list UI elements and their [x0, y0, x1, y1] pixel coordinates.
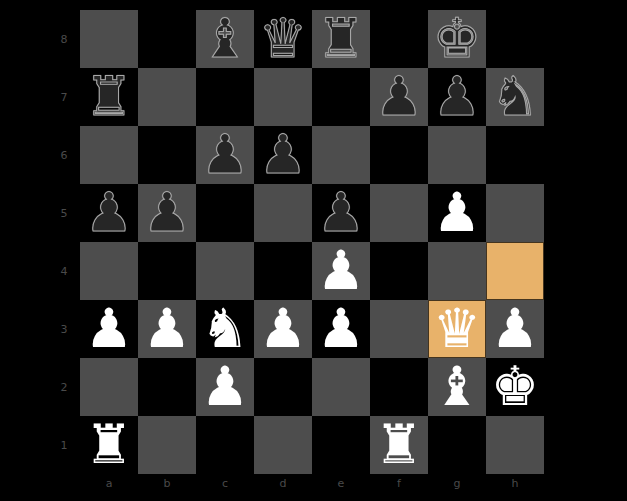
square-a4[interactable]	[80, 242, 138, 300]
square-e5[interactable]: ♟	[312, 184, 370, 242]
square-d6[interactable]: ♟	[254, 126, 312, 184]
square-e2[interactable]	[312, 358, 370, 416]
square-h6[interactable]	[486, 126, 544, 184]
piece-white-king-h2[interactable]: ♚	[491, 358, 539, 416]
square-g6[interactable]	[428, 126, 486, 184]
square-a8[interactable]	[80, 10, 138, 68]
square-c2[interactable]: ♟	[196, 358, 254, 416]
file-label-d: d	[254, 474, 312, 492]
piece-black-rook-a7[interactable]: ♜	[85, 68, 133, 126]
file-label-g: g	[428, 474, 486, 492]
piece-white-queen-g3[interactable]: ♛	[433, 300, 481, 358]
square-e6[interactable]	[312, 126, 370, 184]
square-f3[interactable]	[370, 300, 428, 358]
square-f7[interactable]: ♟	[370, 68, 428, 126]
square-c4[interactable]	[196, 242, 254, 300]
square-c8[interactable]: ♝	[196, 10, 254, 68]
piece-black-pawn-b5[interactable]: ♟	[143, 184, 191, 242]
square-g3[interactable]: ♛	[428, 300, 486, 358]
square-e4[interactable]: ♟	[312, 242, 370, 300]
piece-black-bishop-c8[interactable]: ♝	[201, 10, 249, 68]
square-a3[interactable]: ♟	[80, 300, 138, 358]
square-d5[interactable]	[254, 184, 312, 242]
file-label-b: b	[138, 474, 196, 492]
square-f6[interactable]	[370, 126, 428, 184]
rank-label-7: 7	[56, 68, 72, 126]
piece-white-pawn-e4[interactable]: ♟	[317, 242, 365, 300]
chess-app-background: ♝♛♜♚♜♟♟♞♟♟♟♟♟♟♟♟♟♞♟♟♛♟♟♝♚♜♜ 87654321abcd…	[0, 0, 627, 501]
square-d8[interactable]: ♛	[254, 10, 312, 68]
square-b7[interactable]	[138, 68, 196, 126]
square-d1[interactable]	[254, 416, 312, 474]
rank-label-2: 2	[56, 358, 72, 416]
square-g8[interactable]: ♚	[428, 10, 486, 68]
square-c7[interactable]	[196, 68, 254, 126]
square-h8[interactable]	[486, 10, 544, 68]
file-label-e: e	[312, 474, 370, 492]
square-f4[interactable]	[370, 242, 428, 300]
square-f2[interactable]	[370, 358, 428, 416]
piece-black-pawn-g7[interactable]: ♟	[433, 68, 481, 126]
square-g7[interactable]: ♟	[428, 68, 486, 126]
piece-white-rook-a1[interactable]: ♜	[85, 416, 133, 474]
square-c6[interactable]: ♟	[196, 126, 254, 184]
piece-white-pawn-h3[interactable]: ♟	[491, 300, 539, 358]
square-h7[interactable]: ♞	[486, 68, 544, 126]
square-e1[interactable]	[312, 416, 370, 474]
piece-black-pawn-f7[interactable]: ♟	[375, 68, 423, 126]
piece-black-pawn-e5[interactable]: ♟	[317, 184, 365, 242]
file-label-h: h	[486, 474, 544, 492]
square-b4[interactable]	[138, 242, 196, 300]
square-g1[interactable]	[428, 416, 486, 474]
square-d3[interactable]: ♟	[254, 300, 312, 358]
square-b2[interactable]	[138, 358, 196, 416]
square-e3[interactable]: ♟	[312, 300, 370, 358]
rank-label-8: 8	[56, 10, 72, 68]
piece-white-rook-f1[interactable]: ♜	[375, 416, 423, 474]
square-h3[interactable]: ♟	[486, 300, 544, 358]
rank-label-4: 4	[56, 242, 72, 300]
square-h5[interactable]	[486, 184, 544, 242]
piece-white-pawn-g5[interactable]: ♟	[433, 184, 481, 242]
piece-white-pawn-d3[interactable]: ♟	[259, 300, 307, 358]
square-d2[interactable]	[254, 358, 312, 416]
square-h2[interactable]: ♚	[486, 358, 544, 416]
square-a2[interactable]	[80, 358, 138, 416]
piece-black-queen-d8[interactable]: ♛	[259, 10, 307, 68]
square-b1[interactable]	[138, 416, 196, 474]
piece-white-bishop-g2[interactable]: ♝	[433, 358, 481, 416]
square-f1[interactable]: ♜	[370, 416, 428, 474]
piece-white-pawn-e3[interactable]: ♟	[317, 300, 365, 358]
square-b3[interactable]: ♟	[138, 300, 196, 358]
square-g5[interactable]: ♟	[428, 184, 486, 242]
piece-black-pawn-c6[interactable]: ♟	[201, 126, 249, 184]
file-label-a: a	[80, 474, 138, 492]
square-a1[interactable]: ♜	[80, 416, 138, 474]
square-c5[interactable]	[196, 184, 254, 242]
file-label-f: f	[370, 474, 428, 492]
square-f8[interactable]	[370, 10, 428, 68]
square-h1[interactable]	[486, 416, 544, 474]
square-h4[interactable]	[486, 242, 544, 300]
square-f5[interactable]	[370, 184, 428, 242]
rank-label-5: 5	[56, 184, 72, 242]
piece-black-king-g8[interactable]: ♚	[433, 10, 481, 68]
chess-board: ♝♛♜♚♜♟♟♞♟♟♟♟♟♟♟♟♟♞♟♟♛♟♟♝♚♜♜	[80, 10, 544, 474]
square-a5[interactable]: ♟	[80, 184, 138, 242]
piece-white-pawn-a3[interactable]: ♟	[85, 300, 133, 358]
square-e7[interactable]	[312, 68, 370, 126]
rank-label-1: 1	[56, 416, 72, 474]
rank-label-6: 6	[56, 126, 72, 184]
piece-white-pawn-c2[interactable]: ♟	[201, 358, 249, 416]
square-e8[interactable]: ♜	[312, 10, 370, 68]
piece-black-rook-e8[interactable]: ♜	[317, 10, 365, 68]
square-c3[interactable]: ♞	[196, 300, 254, 358]
square-a7[interactable]: ♜	[80, 68, 138, 126]
square-d7[interactable]	[254, 68, 312, 126]
rank-label-3: 3	[56, 300, 72, 358]
piece-black-pawn-a5[interactable]: ♟	[85, 184, 133, 242]
square-c1[interactable]	[196, 416, 254, 474]
square-g2[interactable]: ♝	[428, 358, 486, 416]
piece-white-knight-c3[interactable]: ♞	[201, 300, 249, 358]
piece-black-pawn-d6[interactable]: ♟	[259, 126, 307, 184]
square-d4[interactable]	[254, 242, 312, 300]
square-b8[interactable]	[138, 10, 196, 68]
square-b6[interactable]	[138, 126, 196, 184]
square-a6[interactable]	[80, 126, 138, 184]
piece-black-knight-h7[interactable]: ♞	[491, 68, 539, 126]
square-b5[interactable]: ♟	[138, 184, 196, 242]
square-g4[interactable]	[428, 242, 486, 300]
file-label-c: c	[196, 474, 254, 492]
piece-white-pawn-b3[interactable]: ♟	[143, 300, 191, 358]
